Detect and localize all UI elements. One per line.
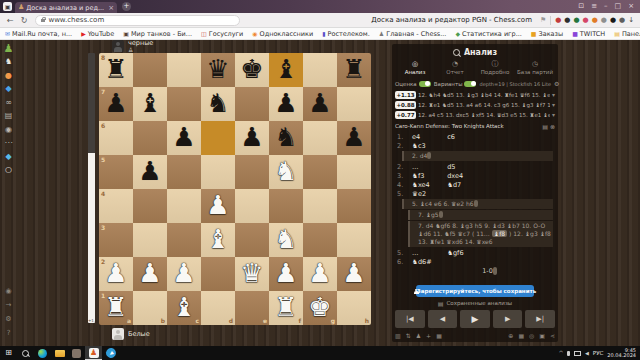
- black-knight[interactable]: ♞: [269, 121, 303, 155]
- square-e6[interactable]: ♟: [235, 121, 269, 155]
- move-row[interactable]: 5. ♛e2: [395, 189, 555, 198]
- white-pawn[interactable]: ♟: [269, 257, 303, 291]
- black-bishop[interactable]: ♝: [269, 53, 303, 87]
- black-pawn[interactable]: ♟: [167, 121, 201, 155]
- lock-icon: [41, 19, 45, 22]
- archive-icon: ▤: [438, 300, 444, 307]
- social-icon[interactable]: ◉: [1, 123, 16, 137]
- microphone-icon[interactable]: [567, 351, 570, 356]
- black-king[interactable]: ♚: [235, 53, 269, 87]
- square-b1[interactable]: b: [133, 291, 167, 325]
- bookmark-mir-tankov[interactable]: ▣ Мир танков - Би...: [123, 30, 192, 38]
- square-f4[interactable]: [269, 189, 303, 223]
- zoom-icon[interactable]: ⊕: [508, 333, 513, 339]
- tab-icon: ◎: [412, 61, 418, 68]
- tab-icon: ◷: [532, 61, 538, 68]
- edge-icon[interactable]: [34, 346, 51, 360]
- square-h4[interactable]: [337, 189, 371, 223]
- black-pawn[interactable]: ♟: [235, 121, 269, 155]
- new-tab-button[interactable]: +: [122, 2, 131, 11]
- bookmark-label: Заказы: [539, 30, 564, 38]
- bookmark-label: Панель управлен...: [622, 30, 640, 38]
- bookmark-control-panel[interactable]: ▤ Панель управлен...: [614, 30, 640, 38]
- site-sidebar-bottom: ◉ → ⚙ ?: [1, 284, 16, 340]
- telegram-icon[interactable]: ◀: [102, 346, 119, 360]
- move-row[interactable]: 2. ♞c3: [395, 141, 555, 150]
- black-rook[interactable]: ♜: [337, 53, 371, 87]
- display-icon[interactable]: [574, 351, 581, 356]
- engine-line[interactable]: +0.88 12. ♜e1 ♞d5 13. a4 a6 14. c3 g6 15…: [395, 100, 555, 109]
- black-pawn[interactable]: ♟: [303, 87, 337, 121]
- white-knight[interactable]: ♞: [269, 223, 303, 257]
- file-label: g: [331, 318, 335, 324]
- black-queen[interactable]: ♛: [201, 53, 235, 87]
- white-knight[interactable]: ♞: [269, 155, 303, 189]
- white-pawn[interactable]: ♟: [337, 257, 371, 291]
- extension-black[interactable]: ●: [610, 17, 616, 24]
- square-e8[interactable]: ♚: [235, 53, 269, 87]
- bookmark-stats[interactable]: ◆ Статистика игр...: [455, 30, 521, 38]
- square-g3[interactable]: [303, 223, 337, 257]
- extension-grey[interactable]: ●: [601, 17, 607, 24]
- square-h1[interactable]: h: [337, 291, 371, 325]
- tab-icon: ⓘ: [492, 61, 499, 68]
- bookmark-label: Мир танков - Би...: [131, 30, 192, 38]
- selected-move[interactable]: ♝f8: [492, 230, 507, 237]
- pieces-setup-icon[interactable]: ♟: [416, 333, 421, 339]
- square-e1[interactable]: e: [235, 291, 269, 325]
- square-a1[interactable]: ♜1a: [99, 291, 133, 325]
- bookmark-youtube[interactable]: ▶ YouTube: [81, 30, 114, 38]
- tab-details[interactable]: ⓘ Подробно: [475, 59, 515, 77]
- engine-depth-note: depth=19 | Stockfish 16 Lite: [479, 81, 550, 87]
- back-icon[interactable]: ←: [7, 16, 14, 25]
- square-d2[interactable]: [201, 257, 235, 291]
- volume-icon[interactable]: ◀: [585, 350, 589, 356]
- more-icon[interactable]: ⋯: [1, 137, 16, 151]
- file-label: a: [127, 318, 131, 324]
- nav-play-button[interactable]: ▶: [460, 310, 490, 328]
- move-number: 3.: [397, 172, 410, 180]
- browser-logo-icon[interactable]: ▣: [3, 2, 12, 11]
- bookmark-gosuslugi[interactable]: ◫ Госуслуги: [201, 30, 243, 38]
- extension-red[interactable]: ●: [555, 17, 561, 24]
- close-button[interactable]: ×: [628, 0, 634, 13]
- move-row[interactable]: 2. … d5: [395, 162, 555, 171]
- move-row[interactable]: 4. ♞xe4 ♞d7: [395, 180, 555, 189]
- engine-line[interactable]: +0.77 12. a4 c5 13. dxc5 ♝xf5 14. ♛d3 e5…: [395, 110, 555, 119]
- square-d4[interactable]: ♟: [201, 189, 235, 223]
- move-row[interactable]: 1-0: [395, 266, 555, 275]
- divider: [550, 16, 551, 25]
- bookmarks-bar: ✉ Mail.Ru почта, н... ▶ YouTube ▣ Мир та…: [0, 28, 640, 40]
- file-label: h: [365, 318, 369, 324]
- engine-lines: +1.13 12. ♞h4 ♞d5 13. ♝g3 ♝b4 14. ♜fe1 ♛…: [395, 89, 555, 119]
- panel-tools: ▥⇅♟+▦ ⊕▦◎▣⋖: [395, 331, 555, 340]
- variation-text[interactable]: 7. ♝g5: [418, 211, 439, 218]
- white-pawn[interactable]: ♟: [133, 257, 167, 291]
- evaluation-bar: +1.1: [88, 53, 95, 323]
- white-move[interactable]: ♞c3: [412, 142, 445, 150]
- tab-analysis[interactable]: ◎ Анализ: [395, 59, 435, 77]
- black-pawn[interactable]: ♟: [269, 87, 303, 121]
- square-a5[interactable]: 5: [99, 155, 133, 189]
- tab-overview-button[interactable]: ⊡: [578, 0, 584, 13]
- toggle-label: Варианты: [434, 81, 463, 87]
- square-e5[interactable]: [235, 155, 269, 189]
- black-pawn[interactable]: ♟: [133, 155, 167, 189]
- square-g5[interactable]: [303, 155, 337, 189]
- selected-move[interactable]: [439, 211, 443, 218]
- evaluation-value: +1.1: [88, 318, 95, 323]
- square-d8[interactable]: ♛: [201, 53, 235, 87]
- square-c5[interactable]: [167, 155, 201, 189]
- black-move[interactable]: dxe4: [447, 172, 480, 180]
- bookmark-favicon: ▣: [123, 31, 129, 37]
- selected-move[interactable]: [427, 152, 431, 159]
- chevron-down-icon[interactable]: ▾: [552, 91, 555, 98]
- bookmark-favicon: ✉: [5, 31, 10, 37]
- play-icon[interactable]: ♞: [1, 56, 16, 70]
- rank-label: 3: [101, 225, 105, 231]
- sound-icon[interactable]: ◉: [5, 284, 11, 298]
- white-move[interactable]: ♛e2: [412, 190, 445, 198]
- square-h3[interactable]: [337, 223, 371, 257]
- language-indicator[interactable]: РУС: [593, 350, 604, 356]
- extension-pink[interactable]: ●: [583, 17, 589, 24]
- white-move[interactable]: ♞xe4: [412, 181, 445, 189]
- tab-label: Отчет: [446, 69, 463, 75]
- rank-label: 5: [101, 157, 105, 163]
- toggle-lines[interactable]: Варианты: [434, 81, 477, 87]
- black-knight[interactable]: ♞: [201, 87, 235, 121]
- bookmark-mailru[interactable]: ✉ Mail.Ru почта, н...: [5, 30, 72, 38]
- extension-icons: ●●●●●●●●↓: [555, 17, 640, 24]
- evaluation-badge: +1.13: [395, 91, 416, 99]
- browser-tab[interactable]: ♟ Доска анализа и ред... ×: [15, 2, 117, 13]
- openings-grid-icon[interactable]: ▦: [436, 333, 442, 339]
- minimize-button[interactable]: –: [604, 0, 608, 13]
- opening-book-icon[interactable]: ▤: [542, 123, 548, 130]
- bookmark-favicon: ♟: [379, 31, 384, 37]
- square-b4[interactable]: [133, 189, 167, 223]
- square-d1[interactable]: d: [201, 291, 235, 325]
- square-b6[interactable]: [133, 121, 167, 155]
- panel-header: Анализ: [395, 46, 555, 58]
- move-number: 2.: [397, 163, 410, 171]
- black-player-avatar: [112, 40, 124, 52]
- reload-icon[interactable]: ↻: [21, 16, 28, 25]
- tab-label: Подробно: [481, 69, 510, 75]
- engine-line-moves: 12. ♞h4 ♞d5 13. ♝g3 ♝b4 14. ♜fe1 ♛f6 15.…: [418, 92, 550, 98]
- square-g6[interactable]: [303, 121, 337, 155]
- square-f1[interactable]: ♜f: [269, 291, 303, 325]
- chesscom-page: ♟ ♞ ● ◆ ∞ ▤ ◉ ⋯ ◆ ○ ◉ →: [0, 40, 640, 346]
- move-row[interactable]: 7. ♝g5: [408, 210, 553, 220]
- square-b8[interactable]: [133, 53, 167, 87]
- taskbar-search-button[interactable]: [17, 346, 34, 360]
- square-e7[interactable]: [235, 87, 269, 121]
- file-label: f: [298, 318, 301, 324]
- watch-icon[interactable]: ∞: [1, 96, 16, 110]
- square-g2[interactable]: ♟: [303, 257, 337, 291]
- white-move[interactable]: ♞d6#: [412, 258, 445, 266]
- bookmark-favicon: ▮: [322, 31, 325, 37]
- square-e4[interactable]: [235, 189, 269, 223]
- square-c1[interactable]: ♝c: [167, 291, 201, 325]
- square-f6[interactable]: ♞: [269, 121, 303, 155]
- browser-tabstrip: ▣ ♟ Доска анализа и ред... × + ⊡≡–□×: [0, 0, 640, 13]
- opening-name: Caro-Kann Defense: Two Knights Attack: [395, 123, 540, 129]
- nav-last-button[interactable]: ▶|: [525, 310, 555, 328]
- black-move[interactable]: ♞gf6: [447, 249, 480, 257]
- square-f8[interactable]: ♝: [269, 53, 303, 87]
- bookmark-chess-home[interactable]: ♟ Главная - Chess...: [379, 30, 447, 38]
- nav-first-button[interactable]: |◀: [395, 310, 425, 328]
- extension-slate[interactable]: ●: [619, 17, 625, 24]
- nav-prev-button[interactable]: ◀: [428, 310, 458, 328]
- chesscom-app-icon[interactable]: ♟: [85, 346, 102, 360]
- saved-analyses-label: Сохраненные анализы: [447, 300, 513, 306]
- search-icon: [453, 49, 460, 56]
- chesscom-favicon: ♟: [18, 4, 24, 11]
- bookmark-flag-icon[interactable]: ⚑: [540, 16, 546, 24]
- library-icon[interactable]: ▦: [518, 333, 524, 339]
- square-d6[interactable]: [201, 121, 235, 155]
- maximize-button[interactable]: □: [615, 0, 622, 13]
- square-c7[interactable]: [167, 87, 201, 121]
- collapse-icon[interactable]: →: [6, 298, 12, 312]
- bookmark-label: Ростелеком.: [328, 30, 370, 38]
- add-icon[interactable]: +: [426, 333, 431, 339]
- news-icon[interactable]: ▤: [1, 110, 16, 124]
- flip-board-icon[interactable]: ⇅: [406, 333, 411, 339]
- toggle-evaluation[interactable]: Оценка: [395, 81, 431, 87]
- bookmark-favicon: ▶: [81, 31, 86, 37]
- white-move[interactable]: …: [412, 249, 445, 257]
- opening-close-icon[interactable]: ⊗: [550, 123, 555, 130]
- square-a8[interactable]: ♜8: [99, 53, 133, 87]
- square-f3[interactable]: ♞: [269, 223, 303, 257]
- share-icon[interactable]: ⋖: [550, 333, 555, 339]
- file-explorer-icon[interactable]: [51, 346, 68, 360]
- analysis-preferences: Оценка Варианты depth=19 | Stockfish 16 …: [395, 78, 555, 89]
- bookmark-favicon: ◫: [201, 31, 207, 37]
- player-top: черные ♙: [112, 40, 153, 53]
- extension-dark[interactable]: ●: [564, 17, 570, 24]
- system-tray: ^ ◀ РУС 9:45 20.04.2024: [558, 348, 640, 359]
- downloads-icon[interactable]: ↓: [628, 17, 634, 24]
- white-pawn[interactable]: ♟: [303, 257, 337, 291]
- trial-diamond-icon[interactable]: ◆: [1, 150, 16, 164]
- camera-icon[interactable]: ▣: [539, 333, 545, 339]
- save-button-label: Зарегистрируйтесь, чтобы сохранить: [417, 288, 536, 294]
- url-field[interactable]: www.chess.com: [35, 15, 240, 26]
- engine-line-moves: 12. a4 c5 13. dxc5 ♝xf5 14. ♛d3 e5 15. ♜…: [418, 112, 550, 118]
- taskbar-clock[interactable]: 9:45 20.04.2024: [607, 348, 636, 359]
- chevron-down-icon[interactable]: ▾: [552, 101, 555, 108]
- square-h8[interactable]: ♜: [337, 53, 371, 87]
- bookmark-favicon: ◆: [455, 31, 460, 37]
- engine-line-moves: 12. ♜e1 ♞d5 13. a4 a6 14. c3 g6 15. ♝g3 …: [418, 102, 550, 108]
- square-a4[interactable]: 4: [99, 189, 133, 223]
- square-b3[interactable]: [133, 223, 167, 257]
- square-f2[interactable]: ♟: [269, 257, 303, 291]
- help-icon[interactable]: ?: [7, 326, 11, 340]
- stats-icon[interactable]: ▥: [395, 333, 401, 339]
- toggle-switch[interactable]: [464, 81, 476, 87]
- white-move[interactable]: ♞f3: [412, 172, 445, 180]
- square-c4[interactable]: [167, 189, 201, 223]
- square-h2[interactable]: ♟: [337, 257, 371, 291]
- variation-text[interactable]: 2. d4: [412, 152, 427, 159]
- chesscom-logo[interactable]: ♟: [1, 42, 16, 56]
- file-label: c: [195, 318, 199, 324]
- app-icon[interactable]: [68, 346, 85, 360]
- site-sidebar: ♟ ♞ ● ◆ ∞ ▤ ◉ ⋯ ◆ ○: [1, 42, 16, 177]
- bookmark-favicon: ■: [572, 31, 578, 37]
- square-b5[interactable]: ♟: [133, 155, 167, 189]
- move-number: 4.: [397, 181, 410, 189]
- bookmark-rostelecom[interactable]: ▮ Ростелеком.: [322, 30, 370, 38]
- browser-menu-button[interactable]: ≡: [591, 0, 597, 13]
- square-d7[interactable]: ♞: [201, 87, 235, 121]
- evaluation-badge: +0.77: [395, 111, 416, 119]
- square-b2[interactable]: ♟: [133, 257, 167, 291]
- nav-next-button[interactable]: ▶: [493, 310, 523, 328]
- square-d5[interactable]: [201, 155, 235, 189]
- bookmark-zakazy[interactable]: ■ Заказы: [531, 30, 563, 38]
- white-queen[interactable]: ♛: [235, 257, 269, 291]
- square-f7[interactable]: ♟: [269, 87, 303, 121]
- rank-label: 4: [101, 191, 105, 197]
- page-title: Доска анализа и редактор PGN - Chess.com: [371, 16, 532, 24]
- move-number: 1.: [397, 133, 410, 141]
- bookmark-label: Статистика игр...: [462, 30, 522, 38]
- square-f5[interactable]: ♞: [269, 155, 303, 189]
- rank-label: 6: [101, 123, 105, 129]
- move-row[interactable]: 6. ♞d6#: [395, 257, 555, 266]
- black-move[interactable]: ♞d7: [447, 181, 480, 189]
- square-a6[interactable]: 6: [99, 121, 133, 155]
- player-bottom: Белые: [112, 328, 150, 340]
- square-e2[interactable]: ♛: [235, 257, 269, 291]
- white-move[interactable]: …: [412, 163, 445, 171]
- square-g7[interactable]: ♟: [303, 87, 337, 121]
- move-number: 6.: [397, 258, 410, 266]
- saved-analyses-link[interactable]: ▤ Сохраненные анализы: [395, 298, 555, 308]
- move-row[interactable]: 5. … ♞gf6: [395, 248, 555, 257]
- square-h5[interactable]: [337, 155, 371, 189]
- square-c3[interactable]: [167, 223, 201, 257]
- square-a7[interactable]: ♟7: [99, 87, 133, 121]
- tab-label: Анализ: [405, 69, 426, 75]
- selected-move[interactable]: [474, 200, 478, 207]
- selected-move[interactable]: [493, 267, 497, 275]
- theme-icon[interactable]: ◎: [529, 333, 534, 339]
- evaluation-white-portion: [88, 153, 95, 323]
- white-player-avatar: [112, 328, 124, 340]
- black-pawn[interactable]: ♟: [337, 121, 371, 155]
- clock-date: 20.04.2024: [607, 353, 636, 359]
- square-c2[interactable]: ♟: [167, 257, 201, 291]
- square-b7[interactable]: ♝: [133, 87, 167, 121]
- bookmark-label: Госуслуги: [209, 30, 244, 38]
- toggle-label: Оценка: [395, 81, 417, 87]
- tray-expand-icon[interactable]: ^: [558, 350, 563, 356]
- start-button[interactable]: ⊞: [0, 346, 17, 360]
- engine-line[interactable]: +1.13 12. ♞h4 ♞d5 13. ♝g3 ♝b4 14. ♜fe1 ♛…: [395, 90, 555, 99]
- signup-to-save-button[interactable]: Зарегистрируйтесь, чтобы сохранить: [416, 285, 534, 297]
- square-e3[interactable]: [235, 223, 269, 257]
- engine-settings-icon[interactable]: ⚙: [554, 80, 559, 87]
- bookmark-favicon: ▤: [614, 31, 620, 37]
- square-h7[interactable]: [337, 87, 371, 121]
- chevron-down-icon[interactable]: ▾: [552, 111, 555, 118]
- extension-orange[interactable]: ●: [592, 17, 598, 24]
- bookmark-label: Главная - Chess...: [386, 30, 446, 38]
- white-move[interactable]: e4: [412, 133, 445, 141]
- black-bishop[interactable]: ♝: [133, 87, 167, 121]
- search-icon[interactable]: ○: [1, 164, 16, 178]
- opening-row: Caro-Kann Defense: Two Knights Attack ▤ …: [395, 121, 555, 131]
- move-row[interactable]: 7. d4 ♞gf6 8. ♝g3 h5 9. ♝d3 ♝b7 10. O-O …: [408, 221, 553, 247]
- bookmark-twitch[interactable]: ■ TWITCH: [572, 30, 605, 38]
- windows-taskbar: ⊞ ♟ ◀ ^ ◀ РУС 9:45 20.04.2024: [0, 346, 640, 360]
- tab-label: База партий: [517, 69, 553, 75]
- extension-green-check[interactable]: ●: [573, 17, 579, 24]
- move-row[interactable]: 5. ♝c4 e6 6. ♛e2 h6: [402, 199, 553, 209]
- white-bishop[interactable]: ♝: [201, 223, 235, 257]
- square-c6[interactable]: ♟: [167, 121, 201, 155]
- move-number: 5.: [397, 249, 410, 257]
- white-pawn[interactable]: ♟: [167, 257, 201, 291]
- tab-report[interactable]: ◔ Отчет: [435, 59, 475, 77]
- file-label: e: [263, 318, 267, 324]
- bookmark-odnoklassniki[interactable]: ◉ Одноклассники: [252, 30, 313, 38]
- puzzles-icon[interactable]: ●: [1, 69, 16, 83]
- learn-icon[interactable]: ◆: [1, 83, 16, 97]
- chess-board[interactable]: ♜8♛♚♝♜♟7♝♞♟♟6♟♟♞♟5♟♞4♟3♝♞♟2♟♟♛♟♟♟♜1ab♝cd…: [99, 53, 371, 325]
- analysis-panel: Анализ ◎ Анализ ◔ Отчет ⓘ Подробно ◷ Баз…: [392, 44, 558, 342]
- move-row[interactable]: 1. e4 c6: [395, 132, 555, 141]
- white-pawn[interactable]: ♟: [201, 189, 235, 223]
- square-c8[interactable]: [167, 53, 201, 87]
- bookmark-label: Одноклассники: [260, 30, 314, 38]
- square-a3[interactable]: 3: [99, 223, 133, 257]
- tab-close-icon[interactable]: ×: [108, 4, 114, 12]
- black-move[interactable]: d5: [447, 163, 480, 171]
- url-text: www.chess.com: [48, 16, 104, 24]
- variation-text[interactable]: 1-0: [482, 267, 493, 275]
- rank-label: 8: [101, 55, 105, 61]
- variation-text[interactable]: 5. ♝c4 e6 6. ♛e2 h6: [412, 200, 474, 207]
- move-row[interactable]: 2. d4: [402, 151, 553, 161]
- move-row[interactable]: 3. ♞f3 dxe4: [395, 171, 555, 180]
- square-h6[interactable]: ♟: [337, 121, 371, 155]
- settings-icon[interactable]: ⚙: [5, 312, 11, 326]
- square-g4[interactable]: [303, 189, 337, 223]
- toggle-switch[interactable]: [419, 81, 431, 87]
- bookmark-label: Mail.Ru почта, н...: [12, 30, 72, 38]
- square-g8[interactable]: [303, 53, 337, 87]
- tab-games-db[interactable]: ◷ База партий: [515, 59, 555, 77]
- square-a2[interactable]: ♟2: [99, 257, 133, 291]
- square-g1[interactable]: ♚g: [303, 291, 337, 325]
- file-label: b: [161, 318, 165, 324]
- black-move[interactable]: c6: [447, 133, 480, 141]
- square-d3[interactable]: ♝: [201, 223, 235, 257]
